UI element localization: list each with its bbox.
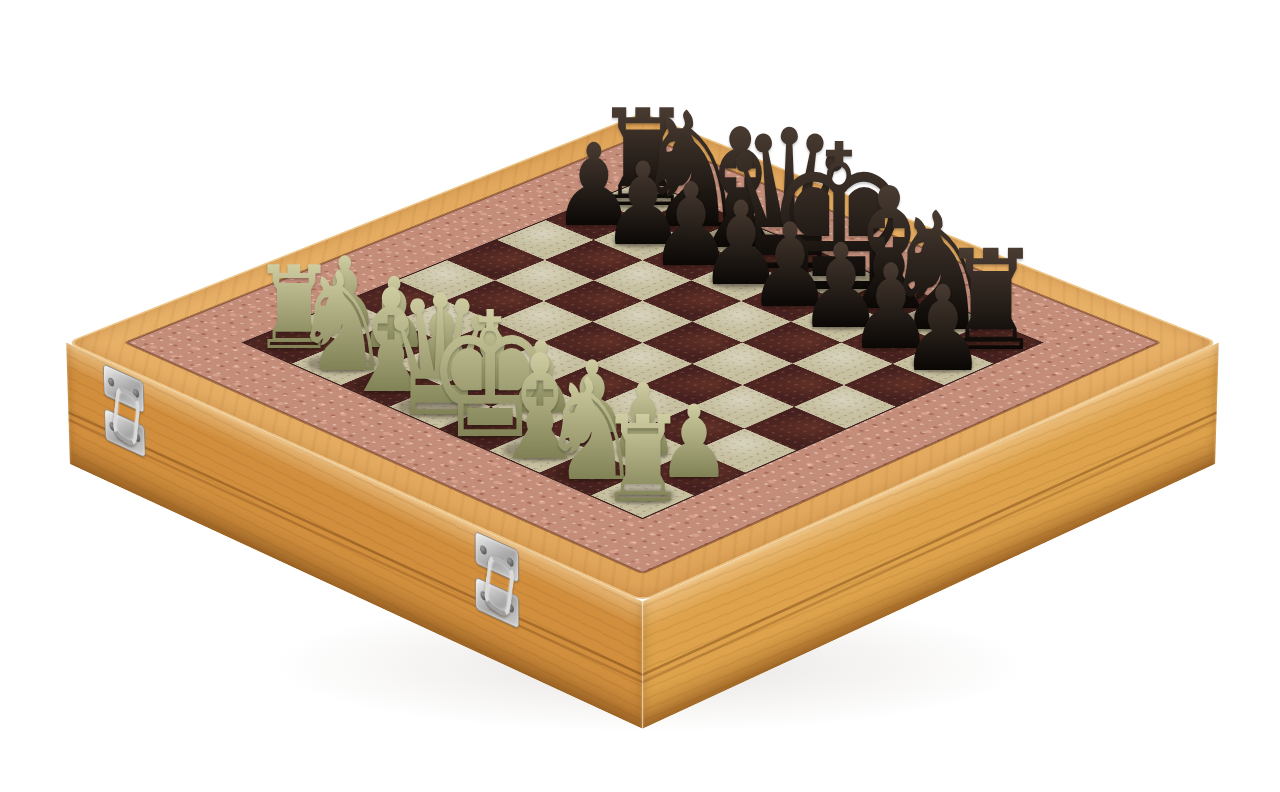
square-c2 [392, 343, 492, 385]
square-g4 [693, 385, 794, 428]
square-e2 [491, 385, 592, 428]
square-c1 [341, 364, 442, 407]
square-h2 [643, 450, 746, 495]
square-e1 [439, 407, 541, 451]
metal-latch [475, 531, 518, 629]
square-g5 [743, 364, 844, 407]
square-f1 [489, 428, 591, 472]
square-f2 [541, 407, 643, 451]
chess-board [244, 181, 1040, 518]
square-e4 [592, 343, 692, 385]
square-h1 [591, 473, 694, 518]
square-d2 [441, 364, 542, 407]
product-photo: ♜♞♝♛♚♝♞♜♟♟♟♟♟♟♟♟♟♟♟♟♟♟♟♟♜♞♝♛♚♝♞♜ [0, 0, 1280, 792]
square-h5 [794, 385, 895, 428]
square-h4 [744, 407, 846, 451]
square-h7 [893, 343, 993, 385]
square-e3 [542, 364, 643, 407]
square-g2 [591, 428, 693, 472]
square-g3 [643, 407, 745, 451]
square-g6 [793, 343, 893, 385]
square-f3 [592, 385, 693, 428]
metal-latch [103, 364, 144, 458]
square-h3 [694, 428, 796, 472]
square-b1 [292, 343, 392, 385]
square-f5 [693, 343, 793, 385]
square-d1 [390, 385, 491, 428]
square-f4 [643, 364, 744, 407]
square-g1 [540, 450, 643, 495]
square-d3 [492, 343, 592, 385]
square-h6 [844, 364, 945, 407]
chess-box [66, 113, 1219, 602]
